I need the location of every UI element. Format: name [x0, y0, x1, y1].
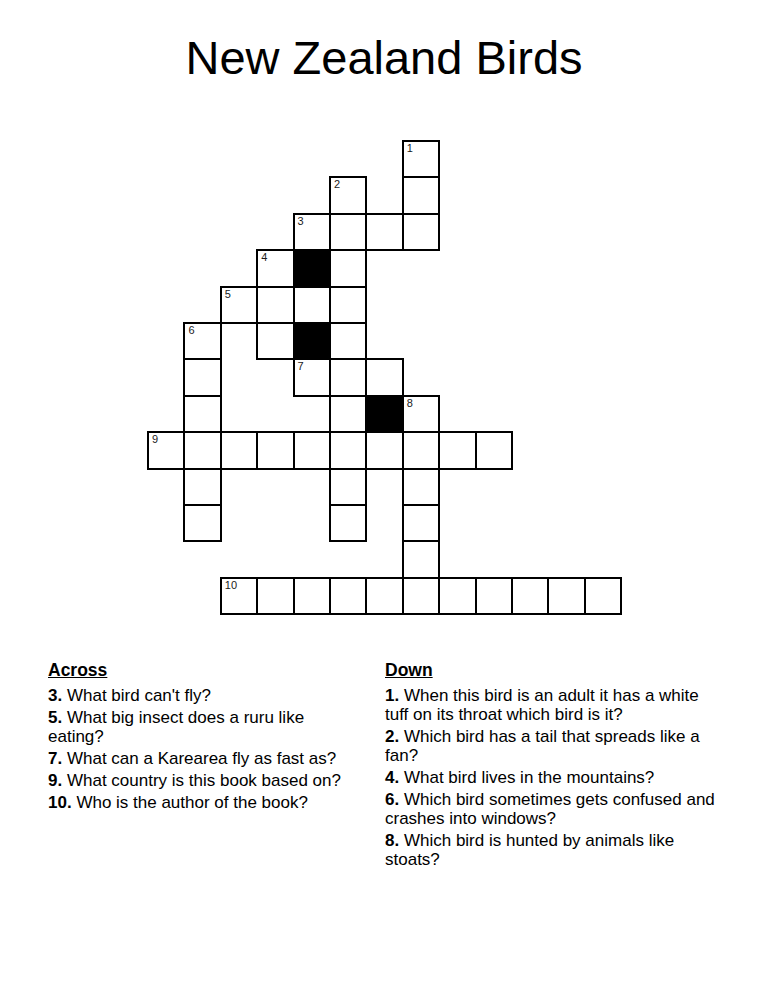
cell-r11c7[interactable] [402, 540, 440, 578]
clue-text: What can a Karearea fly as fast as? [67, 749, 336, 768]
grid-number-7: 7 [298, 361, 304, 372]
clue-number-label: 10. [48, 793, 72, 812]
clue-text: Which bird sometimes gets confused and c… [385, 790, 715, 828]
clue-across-3: 3. What bird can't fly? [48, 686, 350, 705]
puzzle-title: New Zealand Birds [0, 30, 768, 85]
cell-r8c0[interactable]: 9 [147, 431, 185, 469]
cell-r8c3[interactable] [256, 431, 294, 469]
cell-r3c5[interactable] [329, 249, 367, 287]
cell-r8c4[interactable] [293, 431, 331, 469]
grid-number-9: 9 [152, 434, 158, 445]
cell-r4c4[interactable] [293, 286, 331, 324]
cell-r10c7[interactable] [402, 504, 440, 542]
cell-r4c5[interactable] [329, 286, 367, 324]
cell-r8c1[interactable] [183, 431, 221, 469]
cell-r12c12[interactable] [584, 577, 622, 615]
cell-r5c3[interactable] [256, 322, 294, 360]
cell-r9c7[interactable] [402, 468, 440, 506]
clue-across-7: 7. What can a Karearea fly as fast as? [48, 749, 350, 768]
cell-r4c2[interactable]: 5 [220, 286, 258, 324]
clue-number-label: 8. [385, 831, 399, 850]
cell-r2c4[interactable]: 3 [293, 213, 331, 251]
cell-r1c7[interactable] [402, 176, 440, 214]
cell-r6c4[interactable]: 7 [293, 358, 331, 396]
cell-r6c1[interactable] [183, 358, 221, 396]
cell-r5c1[interactable]: 6 [183, 322, 221, 360]
cell-r5c5[interactable] [329, 322, 367, 360]
clue-text: Which bird is hunted by animals like sto… [385, 831, 674, 869]
clue-across-5: 5. What big insect does a ruru like eati… [48, 708, 350, 746]
down-heading: Down [385, 661, 719, 680]
grid-number-5: 5 [225, 289, 231, 300]
cell-r12c10[interactable] [511, 577, 549, 615]
cell-r6c5[interactable] [329, 358, 367, 396]
grid-number-3: 3 [298, 216, 304, 227]
clue-text: When this bird is an adult it has a whit… [385, 686, 699, 724]
cell-r8c9[interactable] [475, 431, 513, 469]
clue-down-1: 1. When this bird is an adult it has a w… [385, 686, 719, 724]
clue-number-label: 4. [385, 768, 399, 787]
crossword-grid: 12345678910 [147, 140, 625, 618]
blocked-cell-r7c6 [365, 395, 403, 433]
grid-number-10: 10 [225, 580, 237, 591]
cell-r8c8[interactable] [438, 431, 476, 469]
cell-r10c5[interactable] [329, 504, 367, 542]
cell-r12c9[interactable] [475, 577, 513, 615]
grid-number-2: 2 [334, 179, 340, 190]
grid-number-4: 4 [261, 252, 267, 263]
cell-r7c5[interactable] [329, 395, 367, 433]
cell-r12c3[interactable] [256, 577, 294, 615]
clue-across-9: 9. What country is this book based on? [48, 771, 350, 790]
clue-text: Who is the author of the book? [76, 793, 308, 812]
cell-r7c7[interactable]: 8 [402, 395, 440, 433]
cell-r9c5[interactable] [329, 468, 367, 506]
clue-down-6: 6. Which bird sometimes gets confused an… [385, 790, 719, 828]
clue-text: What big insect does a ruru like eating? [48, 708, 304, 746]
cell-r3c3[interactable]: 4 [256, 249, 294, 287]
clue-number-label: 5. [48, 708, 62, 727]
clue-number-label: 1. [385, 686, 399, 705]
clue-down-2: 2. Which bird has a tail that spreads li… [385, 727, 719, 765]
cell-r10c1[interactable] [183, 504, 221, 542]
cell-r5c2[interactable] [220, 322, 258, 360]
clue-number-label: 9. [48, 771, 62, 790]
cell-r2c5[interactable] [329, 213, 367, 251]
clue-number-label: 6. [385, 790, 399, 809]
clue-text: What country is this book based on? [67, 771, 341, 790]
cell-r2c7[interactable] [402, 213, 440, 251]
grid-number-1: 1 [407, 143, 413, 154]
clue-down-8: 8. Which bird is hunted by animals like … [385, 831, 719, 869]
cell-r12c2[interactable]: 10 [220, 577, 258, 615]
cell-r2c6[interactable] [365, 213, 403, 251]
cell-r8c7[interactable] [402, 431, 440, 469]
grid-number-6: 6 [188, 325, 194, 336]
clue-text: Which bird has a tail that spreads like … [385, 727, 700, 765]
down-clues-section: Down 1. When this bird is an adult it ha… [385, 661, 719, 872]
cell-r12c8[interactable] [438, 577, 476, 615]
clue-number-label: 3. [48, 686, 62, 705]
cell-r9c1[interactable] [183, 468, 221, 506]
cell-r12c5[interactable] [329, 577, 367, 615]
clue-text: What bird lives in the mountains? [404, 768, 654, 787]
cell-r0c7[interactable]: 1 [402, 140, 440, 178]
across-clues-section: Across 3. What bird can't fly? 5. What b… [48, 661, 350, 815]
cell-r7c1[interactable] [183, 395, 221, 433]
clue-number-label: 2. [385, 727, 399, 746]
cell-r1c5[interactable]: 2 [329, 176, 367, 214]
across-heading: Across [48, 661, 350, 680]
clue-number-label: 7. [48, 749, 62, 768]
grid-number-8: 8 [407, 398, 413, 409]
cell-r12c7[interactable] [402, 577, 440, 615]
blocked-cell-r3c4 [293, 249, 331, 287]
clue-down-4: 4. What bird lives in the mountains? [385, 768, 719, 787]
cell-r6c6[interactable] [365, 358, 403, 396]
cell-r12c6[interactable] [365, 577, 403, 615]
clue-text: What bird can't fly? [67, 686, 211, 705]
cell-r8c5[interactable] [329, 431, 367, 469]
cell-r8c6[interactable] [365, 431, 403, 469]
cell-r4c3[interactable] [256, 286, 294, 324]
clue-across-10: 10. Who is the author of the book? [48, 793, 350, 812]
cell-r8c2[interactable] [220, 431, 258, 469]
cell-r12c11[interactable] [547, 577, 585, 615]
cell-r12c4[interactable] [293, 577, 331, 615]
blocked-cell-r5c4 [293, 322, 331, 360]
